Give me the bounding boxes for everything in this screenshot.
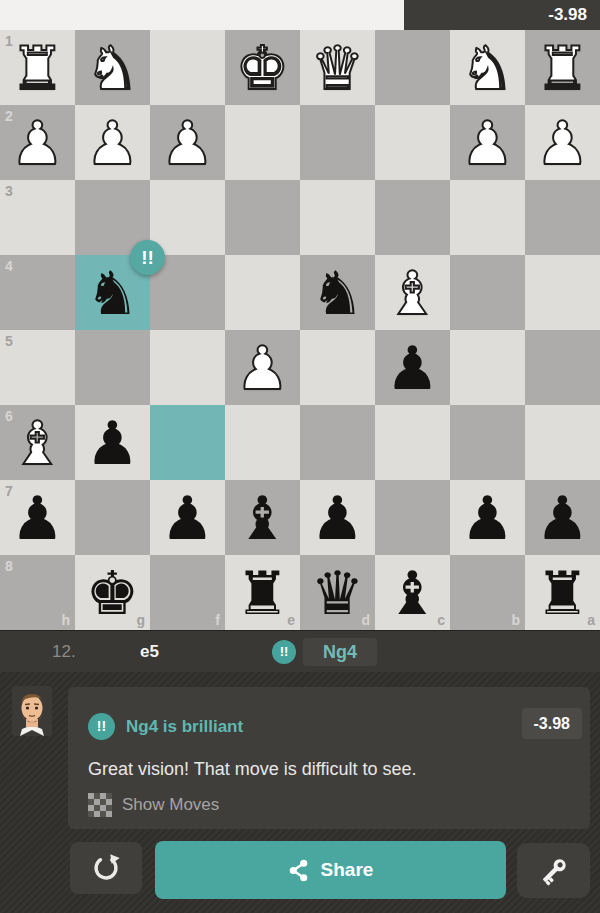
square-d1[interactable]: ♛	[300, 30, 375, 105]
square-g6[interactable]: ♟	[75, 405, 150, 480]
piece-wP-b2[interactable]: ♟	[450, 105, 525, 180]
move-number: 12.	[52, 631, 76, 673]
square-f8[interactable]: f	[150, 555, 225, 630]
file-label-f: f	[215, 612, 220, 628]
square-h4[interactable]: 4	[0, 255, 75, 330]
piece-wP-g2[interactable]: ♟	[75, 105, 150, 180]
square-c4[interactable]: ♝	[375, 255, 450, 330]
square-c3[interactable]	[375, 180, 450, 255]
square-d2[interactable]	[300, 105, 375, 180]
evaluation-bar-white-portion	[0, 0, 404, 30]
brilliant-icon: !!	[88, 713, 115, 740]
square-a8[interactable]: a♜	[525, 555, 600, 630]
rank-label-4: 4	[5, 258, 13, 274]
square-b5[interactable]	[450, 330, 525, 405]
square-d5[interactable]	[300, 330, 375, 405]
avatar-illustration	[12, 686, 52, 736]
square-e1[interactable]: ♚	[225, 30, 300, 105]
refresh-icon	[89, 851, 123, 885]
square-f3[interactable]	[150, 180, 225, 255]
square-a5[interactable]	[525, 330, 600, 405]
square-c2[interactable]	[375, 105, 450, 180]
square-g5[interactable]	[75, 330, 150, 405]
piece-wB-h6[interactable]: ♝	[0, 405, 75, 480]
brilliant-move-badge: !!	[130, 240, 165, 275]
piece-wP-f2[interactable]: ♟	[150, 105, 225, 180]
show-moves-button[interactable]: Show Moves	[88, 792, 219, 818]
piece-bP-c5[interactable]: ♟	[375, 330, 450, 405]
piece-wP-e5[interactable]: ♟	[225, 330, 300, 405]
piece-bR-e8[interactable]: ♜	[225, 555, 300, 630]
piece-wN-b1[interactable]: ♞	[450, 30, 525, 105]
square-f5[interactable]	[150, 330, 225, 405]
square-d8[interactable]: d♛	[300, 555, 375, 630]
square-e5[interactable]: ♟	[225, 330, 300, 405]
rank-label-8: 8	[5, 558, 13, 574]
square-g8[interactable]: g♚	[75, 555, 150, 630]
piece-bB-e7[interactable]: ♝	[225, 480, 300, 555]
piece-wR-a1[interactable]: ♜	[525, 30, 600, 105]
comment-panel: !! Ng4 is brilliant -3.98 Great vision! …	[0, 672, 600, 913]
piece-wB-c4[interactable]: ♝	[375, 255, 450, 330]
brilliant-icon: !!	[272, 640, 296, 664]
piece-bP-f7[interactable]: ♟	[150, 480, 225, 555]
square-e6[interactable]	[225, 405, 300, 480]
square-h7[interactable]: 7♟	[0, 480, 75, 555]
square-h2[interactable]: 2♟	[0, 105, 75, 180]
square-a6[interactable]	[525, 405, 600, 480]
piece-wQ-d1[interactable]: ♛	[300, 30, 375, 105]
square-h5[interactable]: 5	[0, 330, 75, 405]
move-list-row: 12. e5 !! Ng4	[0, 630, 600, 672]
square-f6[interactable]	[150, 405, 225, 480]
square-f2[interactable]: ♟	[150, 105, 225, 180]
square-d6[interactable]	[300, 405, 375, 480]
square-b8[interactable]: b	[450, 555, 525, 630]
square-e4[interactable]	[225, 255, 300, 330]
square-e2[interactable]	[225, 105, 300, 180]
square-h6[interactable]: 6♝	[0, 405, 75, 480]
square-b3[interactable]	[450, 180, 525, 255]
white-move[interactable]: e5	[140, 631, 159, 673]
checkerboard-icon	[88, 793, 112, 817]
square-c1[interactable]	[375, 30, 450, 105]
square-b4[interactable]	[450, 255, 525, 330]
square-d3[interactable]	[300, 180, 375, 255]
comment-title: Ng4 is brilliant	[126, 717, 243, 737]
piece-wP-h2[interactable]: ♟	[0, 105, 75, 180]
square-e7[interactable]: ♝	[225, 480, 300, 555]
square-c8[interactable]: c♝	[375, 555, 450, 630]
square-e3[interactable]	[225, 180, 300, 255]
share-button[interactable]: Share	[155, 841, 506, 899]
square-f1[interactable]	[150, 30, 225, 105]
piece-bP-a7[interactable]: ♟	[525, 480, 600, 555]
square-h1[interactable]: 1♜	[0, 30, 75, 105]
square-b2[interactable]: ♟	[450, 105, 525, 180]
comment-eval-badge: -3.98	[522, 708, 582, 739]
square-a4[interactable]	[525, 255, 600, 330]
square-a2[interactable]: ♟	[525, 105, 600, 180]
chess-board[interactable]: !! 1♜♞♚♛♞♜2♟♟♟♟♟34♞♞♝5♟♟6♝♟7♟♟♝♟♟♟8hg♚fe…	[0, 30, 600, 630]
square-g1[interactable]: ♞	[75, 30, 150, 105]
square-c7[interactable]	[375, 480, 450, 555]
comment-body: Great vision! That move is difficult to …	[88, 759, 416, 780]
evaluation-bar: -3.98	[0, 0, 600, 30]
rank-label-5: 5	[5, 333, 13, 349]
black-move-selected[interactable]: Ng4	[303, 638, 377, 666]
coach-avatar	[12, 686, 52, 736]
piece-bP-b7[interactable]: ♟	[450, 480, 525, 555]
piece-wR-h1[interactable]: ♜	[0, 30, 75, 105]
square-b1[interactable]: ♞	[450, 30, 525, 105]
piece-bB-c8[interactable]: ♝	[375, 555, 450, 630]
share-icon	[288, 859, 309, 882]
square-a7[interactable]: ♟	[525, 480, 600, 555]
piece-wN-g1[interactable]: ♞	[75, 30, 150, 105]
square-h8[interactable]: 8h	[0, 555, 75, 630]
square-c5[interactable]: ♟	[375, 330, 450, 405]
piece-bP-g6[interactable]: ♟	[75, 405, 150, 480]
retry-button[interactable]	[70, 842, 142, 894]
piece-wP-a2[interactable]: ♟	[525, 105, 600, 180]
comment-card: !! Ng4 is brilliant -3.98 Great vision! …	[68, 687, 590, 829]
square-a1[interactable]: ♜	[525, 30, 600, 105]
square-a3[interactable]	[525, 180, 600, 255]
evaluation-score: -3.98	[548, 0, 587, 30]
chess-analysis-app: -3.98 !! 1♜♞♚♛♞♜2♟♟♟♟♟34♞♞♝5♟♟6♝♟7♟♟♝♟♟♟…	[0, 0, 600, 913]
square-f7[interactable]: ♟	[150, 480, 225, 555]
key-button[interactable]	[517, 843, 590, 898]
square-b7[interactable]: ♟	[450, 480, 525, 555]
square-d4[interactable]: ♞	[300, 255, 375, 330]
piece-bN-d4[interactable]: ♞	[300, 255, 375, 330]
piece-bK-g8[interactable]: ♚	[75, 555, 150, 630]
piece-wK-e1[interactable]: ♚	[225, 30, 300, 105]
square-b6[interactable]	[450, 405, 525, 480]
piece-bP-d7[interactable]: ♟	[300, 480, 375, 555]
square-d7[interactable]: ♟	[300, 480, 375, 555]
key-icon	[536, 853, 572, 889]
piece-bQ-d8[interactable]: ♛	[300, 555, 375, 630]
piece-bR-a8[interactable]: ♜	[525, 555, 600, 630]
rank-label-3: 3	[5, 183, 13, 199]
square-g2[interactable]: ♟	[75, 105, 150, 180]
square-c6[interactable]	[375, 405, 450, 480]
square-e8[interactable]: e♜	[225, 555, 300, 630]
file-label-h: h	[61, 612, 70, 628]
share-label: Share	[321, 859, 374, 881]
square-g7[interactable]	[75, 480, 150, 555]
piece-bP-h7[interactable]: ♟	[0, 480, 75, 555]
square-h3[interactable]: 3	[0, 180, 75, 255]
show-moves-label: Show Moves	[122, 795, 219, 815]
file-label-b: b	[511, 612, 520, 628]
